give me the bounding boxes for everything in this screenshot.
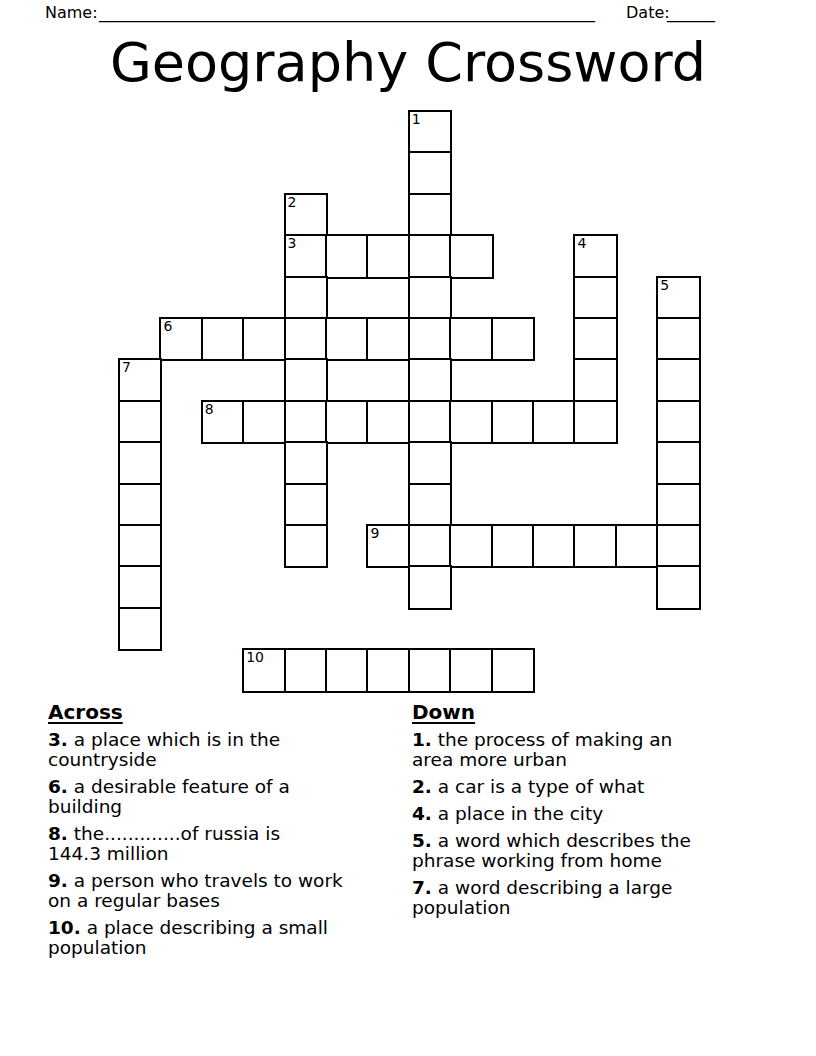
grid-cell-r6c7[interactable] [408, 358, 452, 402]
cell-number-9: 9 [370, 525, 379, 542]
clue-number: 3. [48, 729, 68, 750]
clue-line: area more urban [412, 750, 762, 770]
across-heading: Across [48, 701, 400, 724]
grid-cell-r10c9[interactable] [491, 524, 535, 568]
clue-line: 2. a car is a type of what [412, 777, 762, 797]
grid-cell-r13c5[interactable] [325, 648, 369, 692]
clue-line: phrase working from home [412, 851, 762, 871]
grid-cell-r5c6[interactable] [366, 317, 410, 361]
grid-cell-r2c7[interactable] [408, 193, 452, 237]
grid-cell-r6c11[interactable] [573, 358, 617, 402]
clue-line: 1. the process of making an [412, 730, 762, 750]
grid-cell-r3c8[interactable] [449, 234, 493, 278]
clue-number: 8. [48, 823, 68, 844]
grid-cell-r7c13[interactable] [656, 400, 700, 444]
grid-cell-r3c4[interactable]: 3 [284, 234, 328, 278]
down-clue-list: 1. the process of making anarea more urb… [412, 730, 762, 918]
clue-line: population [412, 898, 762, 918]
clue-line: 8. the.............of russia is [48, 824, 400, 844]
grid-cell-r5c5[interactable] [325, 317, 369, 361]
clue-number: 1. [412, 729, 432, 750]
clue-down-2: 2. a car is a type of what [412, 777, 762, 797]
grid-cell-r10c13[interactable] [656, 524, 700, 568]
grid-cell-r7c3[interactable] [242, 400, 286, 444]
clue-line: 7. a word describing a large [412, 878, 762, 898]
grid-cell-r5c1[interactable]: 6 [159, 317, 203, 361]
clue-down-4: 4. a place in the city [412, 804, 762, 824]
grid-cell-r11c7[interactable] [408, 565, 452, 609]
clue-across-8: 8. the.............of russia is144.3 mil… [48, 824, 400, 864]
clue-across-3: 3. a place which is in thecountryside [48, 730, 400, 770]
grid-cell-r8c13[interactable] [656, 441, 700, 485]
name-blank-line: ________________________________________… [99, 3, 595, 23]
grid-cell-r10c12[interactable] [615, 524, 659, 568]
grid-cell-r2c4[interactable]: 2 [284, 193, 328, 237]
grid-cell-r7c0[interactable] [118, 400, 162, 444]
grid-cell-r4c11[interactable] [573, 276, 617, 320]
grid-cell-r9c13[interactable] [656, 483, 700, 527]
clue-line: 144.3 million [48, 844, 400, 864]
grid-cell-r9c4[interactable] [284, 483, 328, 527]
cell-number-3: 3 [288, 235, 297, 252]
cell-number-6: 6 [163, 318, 172, 335]
grid-cell-r3c11[interactable]: 4 [573, 234, 617, 278]
clue-down-5: 5. a word which describes thephrase work… [412, 831, 762, 871]
grid-cell-r9c0[interactable] [118, 483, 162, 527]
clue-down-7: 7. a word describing a largepopulation [412, 878, 762, 918]
across-clue-list: 3. a place which is in thecountryside6. … [48, 730, 400, 958]
grid-cell-r6c4[interactable] [284, 358, 328, 402]
clue-number: 4. [412, 803, 432, 824]
page-title: Geography Crossword [0, 32, 816, 94]
grid-cell-r13c8[interactable] [449, 648, 493, 692]
clue-line: 3. a place which is in the [48, 730, 400, 750]
grid-cell-r4c4[interactable] [284, 276, 328, 320]
grid-cell-r7c2[interactable]: 8 [201, 400, 245, 444]
grid-cell-r10c0[interactable] [118, 524, 162, 568]
clue-line: building [48, 797, 400, 817]
grid-cell-r11c13[interactable] [656, 565, 700, 609]
clue-line: 6. a desirable feature of a [48, 777, 400, 797]
crossword-grid: 12345678910 [118, 110, 702, 694]
clue-number: 7. [412, 877, 432, 898]
grid-cell-r7c10[interactable] [532, 400, 576, 444]
grid-cell-r5c7[interactable] [408, 317, 452, 361]
grid-cell-r6c13[interactable] [656, 358, 700, 402]
cell-number-1: 1 [412, 111, 421, 128]
grid-cell-r1c7[interactable] [408, 151, 452, 195]
grid-cell-r8c0[interactable] [118, 441, 162, 485]
grid-cell-r10c6[interactable]: 9 [366, 524, 410, 568]
clue-line: on a regular bases [48, 891, 400, 911]
grid-cell-r5c11[interactable] [573, 317, 617, 361]
cell-number-4: 4 [577, 235, 586, 252]
grid-cell-r7c5[interactable] [325, 400, 369, 444]
clue-line: 5. a word which describes the [412, 831, 762, 851]
grid-cell-r4c7[interactable] [408, 276, 452, 320]
grid-cell-r4c13[interactable]: 5 [656, 276, 700, 320]
grid-cell-r9c7[interactable] [408, 483, 452, 527]
worksheet-page: { "game": "crossword", "title": "Geograp… [0, 0, 816, 1056]
cell-number-10: 10 [246, 649, 264, 666]
grid-cell-r13c6[interactable] [366, 648, 410, 692]
clue-line: countryside [48, 750, 400, 770]
grid-cell-r3c7[interactable] [408, 234, 452, 278]
clue-number: 9. [48, 870, 68, 891]
grid-cell-r8c7[interactable] [408, 441, 452, 485]
clue-line: 10. a place describing a small [48, 918, 400, 938]
name-label: Name: [45, 3, 98, 23]
down-clues-section: Down 1. the process of making anarea mor… [412, 701, 762, 925]
grid-cell-r7c7[interactable] [408, 400, 452, 444]
clue-line: population [48, 938, 400, 958]
down-heading: Down [412, 701, 762, 724]
clue-line: 9. a person who travels to work [48, 871, 400, 891]
grid-cell-r5c2[interactable] [201, 317, 245, 361]
cell-number-8: 8 [205, 401, 214, 418]
grid-cell-r13c9[interactable] [491, 648, 535, 692]
grid-cell-r5c9[interactable] [491, 317, 535, 361]
date-label: Date: [626, 3, 670, 23]
cell-number-2: 2 [288, 194, 297, 211]
grid-cell-r13c4[interactable] [284, 648, 328, 692]
grid-cell-r7c6[interactable] [366, 400, 410, 444]
cell-number-5: 5 [660, 277, 669, 294]
clue-number: 6. [48, 776, 68, 797]
clue-number: 5. [412, 830, 432, 851]
clue-number: 10. [48, 917, 81, 938]
clue-down-1: 1. the process of making anarea more urb… [412, 730, 762, 770]
grid-cell-r5c4[interactable] [284, 317, 328, 361]
grid-cell-r13c3[interactable]: 10 [242, 648, 286, 692]
clue-across-6: 6. a desirable feature of abuilding [48, 777, 400, 817]
grid-cell-r13c7[interactable] [408, 648, 452, 692]
clue-across-9: 9. a person who travels to workon a regu… [48, 871, 400, 911]
date-blank-line: ______ [667, 3, 715, 23]
clue-across-10: 10. a place describing a smallpopulation [48, 918, 400, 958]
grid-cell-r6c0[interactable]: 7 [118, 358, 162, 402]
clue-line: 4. a place in the city [412, 804, 762, 824]
grid-cell-r10c4[interactable] [284, 524, 328, 568]
grid-cell-r0c7[interactable]: 1 [408, 110, 452, 154]
grid-cell-r10c7[interactable] [408, 524, 452, 568]
grid-cell-r7c9[interactable] [491, 400, 535, 444]
grid-cell-r10c10[interactable] [532, 524, 576, 568]
grid-cell-r5c3[interactable] [242, 317, 286, 361]
grid-cell-r11c0[interactable] [118, 565, 162, 609]
across-clues-section: Across 3. a place which is in thecountry… [48, 701, 400, 965]
grid-cell-r7c11[interactable] [573, 400, 617, 444]
grid-cell-r7c8[interactable] [449, 400, 493, 444]
grid-cell-r12c0[interactable] [118, 607, 162, 651]
grid-cell-r10c8[interactable] [449, 524, 493, 568]
cell-number-7: 7 [122, 359, 131, 376]
grid-cell-r10c11[interactable] [573, 524, 617, 568]
grid-cell-r3c5[interactable] [325, 234, 369, 278]
clue-number: 2. [412, 776, 432, 797]
grid-cell-r7c4[interactable] [284, 400, 328, 444]
grid-cell-r5c8[interactable] [449, 317, 493, 361]
grid-cell-r8c4[interactable] [284, 441, 328, 485]
grid-cell-r3c6[interactable] [366, 234, 410, 278]
grid-cell-r5c13[interactable] [656, 317, 700, 361]
